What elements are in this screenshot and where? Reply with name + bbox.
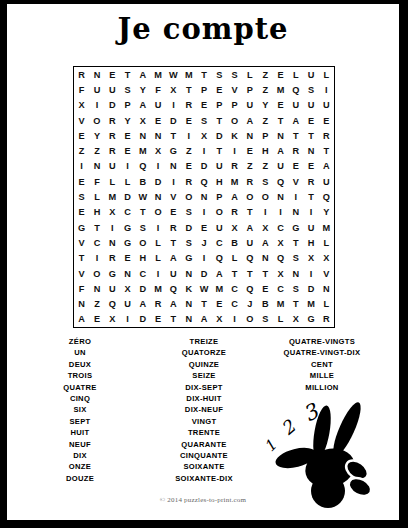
grid-cell-r10c4[interactable]: C	[120, 205, 135, 220]
grid-cell-r10c11[interactable]: R	[227, 205, 242, 220]
grid-cell-r4c6[interactable]: E	[150, 113, 165, 128]
grid-cell-r5c7[interactable]: T	[166, 128, 181, 143]
grid-cell-r9c3[interactable]: M	[105, 189, 120, 204]
grid-cell-r12c9[interactable]: J	[196, 235, 211, 250]
grid-cell-r12c14[interactable]: X	[273, 235, 288, 250]
grid-cell-r17c11[interactable]: I	[227, 312, 242, 327]
grid-cell-r15c8[interactable]: K	[181, 281, 196, 296]
grid-cell-r2c10[interactable]: E	[212, 82, 227, 97]
grid-cell-r4c13[interactable]: Z	[258, 113, 273, 128]
grid-cell-r4c8[interactable]: E	[181, 113, 196, 128]
grid-cell-r5c12[interactable]: N	[242, 128, 257, 143]
word-item[interactable]: UN	[18, 347, 142, 358]
word-item[interactable]: CINQUANTE	[142, 450, 266, 461]
grid-cell-r4c7[interactable]: D	[166, 113, 181, 128]
grid-cell-r11c13[interactable]: X	[258, 220, 273, 235]
grid-cell-r13c17[interactable]: X	[319, 251, 334, 266]
grid-cell-r14c15[interactable]: N	[288, 266, 303, 281]
grid-cell-r6c17[interactable]: T	[319, 143, 334, 158]
grid-cell-r7c5[interactable]: Q	[135, 159, 150, 174]
word-item[interactable]: QUATRE	[18, 382, 142, 393]
word-item[interactable]: HUIT	[18, 427, 142, 438]
grid-cell-r2c9[interactable]: P	[196, 82, 211, 97]
grid-cell-r16c15[interactable]: T	[288, 296, 303, 311]
grid-cell-r16c11[interactable]: C	[227, 296, 242, 311]
grid-cell-r1c16[interactable]: U	[303, 67, 318, 82]
grid-cell-r9c2[interactable]: L	[89, 189, 104, 204]
grid-cell-r17c2[interactable]: E	[89, 312, 104, 327]
grid-cell-r11c17[interactable]: M	[319, 220, 334, 235]
grid-cell-r2c16[interactable]: S	[303, 82, 318, 97]
grid-cell-r8c12[interactable]: R	[242, 174, 257, 189]
grid-cell-r5c2[interactable]: Y	[89, 128, 104, 143]
grid-cell-r15c6[interactable]: M	[150, 281, 165, 296]
grid-cell-r10c1[interactable]: E	[74, 205, 89, 220]
grid-cell-r13c10[interactable]: Q	[212, 251, 227, 266]
grid-cell-r10c14[interactable]: I	[273, 205, 288, 220]
word-item[interactable]: QUARANTE	[142, 439, 266, 450]
grid-cell-r8c6[interactable]: D	[150, 174, 165, 189]
grid-cell-r11c2[interactable]: T	[89, 220, 104, 235]
grid-cell-r7c9[interactable]: D	[196, 159, 211, 174]
grid-cell-r1c6[interactable]: M	[150, 67, 165, 82]
grid-cell-r10c6[interactable]: O	[150, 205, 165, 220]
grid-cell-r5c14[interactable]: N	[273, 128, 288, 143]
grid-cell-r1c14[interactable]: E	[273, 67, 288, 82]
grid-cell-r15c4[interactable]: X	[120, 281, 135, 296]
grid-cell-r5c10[interactable]: D	[212, 128, 227, 143]
grid-cell-r6c10[interactable]: T	[212, 143, 227, 158]
grid-cell-r7c6[interactable]: I	[150, 159, 165, 174]
word-item[interactable]: DEUX	[18, 359, 142, 370]
grid-cell-r14c3[interactable]: G	[105, 266, 120, 281]
grid-cell-r15c10[interactable]: M	[212, 281, 227, 296]
grid-cell-r4c12[interactable]: A	[242, 113, 257, 128]
grid-cell-r8c8[interactable]: R	[181, 174, 196, 189]
grid-cell-r3c11[interactable]: P	[227, 98, 242, 113]
grid-cell-r5c1[interactable]: E	[74, 128, 89, 143]
grid-cell-r9c12[interactable]: O	[242, 189, 257, 204]
grid-cell-r14c5[interactable]: C	[135, 266, 150, 281]
grid-cell-r4c9[interactable]: S	[196, 113, 211, 128]
grid-cell-r1c12[interactable]: L	[242, 67, 257, 82]
grid-cell-r12c2[interactable]: C	[89, 235, 104, 250]
grid-cell-r16c14[interactable]: M	[273, 296, 288, 311]
grid-cell-r9c5[interactable]: W	[135, 189, 150, 204]
grid-cell-r7c7[interactable]: N	[166, 159, 181, 174]
grid-cell-r6c3[interactable]: R	[105, 143, 120, 158]
grid-cell-r12c13[interactable]: A	[258, 235, 273, 250]
grid-cell-r10c7[interactable]: E	[166, 205, 181, 220]
word-item[interactable]: DOUZE	[18, 473, 142, 484]
word-item[interactable]: CENT	[257, 359, 387, 370]
grid-cell-r2c14[interactable]: M	[273, 82, 288, 97]
grid-cell-r10c15[interactable]: N	[288, 205, 303, 220]
grid-cell-r1c1[interactable]: R	[74, 67, 89, 82]
grid-cell-r14c17[interactable]: V	[319, 266, 334, 281]
grid-cell-r7c17[interactable]: A	[319, 159, 334, 174]
grid-cell-r15c7[interactable]: Q	[166, 281, 181, 296]
grid-cell-r8c1[interactable]: E	[74, 174, 89, 189]
grid-cell-r5c8[interactable]: I	[181, 128, 196, 143]
grid-cell-r1c3[interactable]: E	[105, 67, 120, 82]
grid-cell-r15c9[interactable]: W	[196, 281, 211, 296]
grid-cell-r7c8[interactable]: E	[181, 159, 196, 174]
grid-cell-r12c10[interactable]: C	[212, 235, 227, 250]
grid-cell-r4c10[interactable]: T	[212, 113, 227, 128]
grid-cell-r8c3[interactable]: L	[105, 174, 120, 189]
grid-cell-r10c9[interactable]: I	[196, 205, 211, 220]
grid-cell-r13c11[interactable]: L	[227, 251, 242, 266]
grid-cell-r5c16[interactable]: T	[303, 128, 318, 143]
grid-cell-r12c17[interactable]: L	[319, 235, 334, 250]
grid-cell-r15c3[interactable]: U	[105, 281, 120, 296]
word-item[interactable]: DIX-HUIT	[142, 393, 266, 404]
grid-cell-r9c15[interactable]: I	[288, 189, 303, 204]
grid-cell-r10c16[interactable]: I	[303, 205, 318, 220]
grid-cell-r14c10[interactable]: A	[212, 266, 227, 281]
word-item[interactable]: NEUF	[18, 439, 142, 450]
grid-cell-r1c8[interactable]: M	[181, 67, 196, 82]
grid-cell-r6c12[interactable]: E	[242, 143, 257, 158]
word-item[interactable]: SOIXANTE-DIX	[142, 473, 266, 484]
grid-cell-r6c4[interactable]: E	[120, 143, 135, 158]
word-item[interactable]: QUINZE	[142, 359, 266, 370]
grid-cell-r14c1[interactable]: V	[74, 266, 89, 281]
grid-cell-r5c6[interactable]: N	[150, 128, 165, 143]
grid-cell-r14c8[interactable]: N	[181, 266, 196, 281]
grid-cell-r12c11[interactable]: B	[227, 235, 242, 250]
grid-cell-r16c16[interactable]: M	[303, 296, 318, 311]
grid-cell-r17c17[interactable]: R	[319, 312, 334, 327]
grid-cell-r13c3[interactable]: R	[105, 251, 120, 266]
grid-cell-r10c10[interactable]: O	[212, 205, 227, 220]
grid-cell-r15c16[interactable]: D	[303, 281, 318, 296]
grid-cell-r7c15[interactable]: E	[288, 159, 303, 174]
grid-cell-r15c1[interactable]: F	[74, 281, 89, 296]
grid-cell-r4c1[interactable]: V	[74, 113, 89, 128]
grid-cell-r14c7[interactable]: U	[166, 266, 181, 281]
word-item[interactable]: DIX-NEUF	[142, 404, 266, 415]
grid-cell-r1c9[interactable]: T	[196, 67, 211, 82]
grid-cell-r13c1[interactable]: T	[74, 251, 89, 266]
grid-cell-r10c2[interactable]: H	[89, 205, 104, 220]
grid-cell-r6c16[interactable]: N	[303, 143, 318, 158]
grid-cell-r3c13[interactable]: Y	[258, 98, 273, 113]
grid-cell-r17c16[interactable]: G	[303, 312, 318, 327]
grid-cell-r11c16[interactable]: U	[303, 220, 318, 235]
grid-cell-r6c11[interactable]: I	[227, 143, 242, 158]
grid-cell-r12c4[interactable]: G	[120, 235, 135, 250]
grid-cell-r3c3[interactable]: D	[105, 98, 120, 113]
grid-cell-r16c2[interactable]: Z	[89, 296, 104, 311]
word-item[interactable]: SOIXANTE	[142, 461, 266, 472]
grid-cell-r8c15[interactable]: V	[288, 174, 303, 189]
grid-cell-r2c11[interactable]: V	[227, 82, 242, 97]
grid-cell-r13c12[interactable]: Q	[242, 251, 257, 266]
grid-cell-r15c11[interactable]: C	[227, 281, 242, 296]
grid-cell-r8c14[interactable]: Q	[273, 174, 288, 189]
grid-cell-r4c17[interactable]: E	[319, 113, 334, 128]
grid-cell-r9c8[interactable]: O	[181, 189, 196, 204]
grid-cell-r2c6[interactable]: F	[150, 82, 165, 97]
grid-cell-r2c3[interactable]: U	[105, 82, 120, 97]
grid-cell-r17c4[interactable]: I	[120, 312, 135, 327]
grid-cell-r14c9[interactable]: D	[196, 266, 211, 281]
grid-cell-r9c10[interactable]: P	[212, 189, 227, 204]
grid-cell-r4c5[interactable]: X	[135, 113, 150, 128]
grid-cell-r12c6[interactable]: L	[150, 235, 165, 250]
grid-cell-r11c7[interactable]: R	[166, 220, 181, 235]
grid-cell-r10c3[interactable]: X	[105, 205, 120, 220]
word-item[interactable]: MILLE	[257, 370, 387, 381]
grid-cell-r14c4[interactable]: N	[120, 266, 135, 281]
grid-cell-r5c3[interactable]: R	[105, 128, 120, 143]
word-item[interactable]: ONZE	[18, 461, 142, 472]
grid-cell-r2c12[interactable]: P	[242, 82, 257, 97]
grid-cell-r3c1[interactable]: X	[74, 98, 89, 113]
word-item[interactable]: MILLION	[257, 382, 387, 393]
grid-cell-r9c9[interactable]: N	[196, 189, 211, 204]
grid-cell-r17c13[interactable]: S	[258, 312, 273, 327]
grid-cell-r11c3[interactable]: I	[105, 220, 120, 235]
grid-cell-r16c3[interactable]: Q	[105, 296, 120, 311]
grid-cell-r1c10[interactable]: S	[212, 67, 227, 82]
grid-cell-r17c10[interactable]: X	[212, 312, 227, 327]
grid-cell-r12c3[interactable]: N	[105, 235, 120, 250]
grid-cell-r17c5[interactable]: D	[135, 312, 150, 327]
grid-cell-r3c2[interactable]: I	[89, 98, 104, 113]
grid-cell-r3c6[interactable]: U	[150, 98, 165, 113]
grid-cell-r5c17[interactable]: R	[319, 128, 334, 143]
grid-cell-r8c17[interactable]: U	[319, 174, 334, 189]
grid-cell-r9c16[interactable]: T	[303, 189, 318, 204]
grid-cell-r9c6[interactable]: N	[150, 189, 165, 204]
grid-cell-r1c5[interactable]: A	[135, 67, 150, 82]
grid-cell-r10c17[interactable]: Y	[319, 205, 334, 220]
grid-cell-r1c2[interactable]: N	[89, 67, 104, 82]
grid-cell-r3c8[interactable]: R	[181, 98, 196, 113]
grid-cell-r13c5[interactable]: H	[135, 251, 150, 266]
word-item[interactable]: QUATRE-VINGTS	[257, 336, 387, 347]
grid-cell-r1c13[interactable]: Z	[258, 67, 273, 82]
grid-cell-r17c7[interactable]: T	[166, 312, 181, 327]
word-item[interactable]: DIX-SEPT	[142, 382, 266, 393]
grid-cell-r6c13[interactable]: H	[258, 143, 273, 158]
grid-cell-r15c2[interactable]: N	[89, 281, 104, 296]
grid-cell-r14c6[interactable]: I	[150, 266, 165, 281]
grid-cell-r3c12[interactable]: U	[242, 98, 257, 113]
grid-cell-r11c6[interactable]: I	[150, 220, 165, 235]
grid-cell-r13c7[interactable]: A	[166, 251, 181, 266]
grid-cell-r7c12[interactable]: Z	[242, 159, 257, 174]
grid-cell-r12c7[interactable]: T	[166, 235, 181, 250]
grid-cell-r8c16[interactable]: R	[303, 174, 318, 189]
grid-cell-r8c5[interactable]: B	[135, 174, 150, 189]
grid-cell-r14c11[interactable]: T	[227, 266, 242, 281]
grid-cell-r9c17[interactable]: Q	[319, 189, 334, 204]
grid-cell-r3c10[interactable]: P	[212, 98, 227, 113]
grid-cell-r4c3[interactable]: R	[105, 113, 120, 128]
grid-cell-r5c5[interactable]: N	[135, 128, 150, 143]
grid-cell-r13c15[interactable]: S	[288, 251, 303, 266]
grid-cell-r7c1[interactable]: I	[74, 159, 89, 174]
grid-cell-r1c15[interactable]: L	[288, 67, 303, 82]
grid-cell-r2c8[interactable]: T	[181, 82, 196, 97]
grid-cell-r11c5[interactable]: S	[135, 220, 150, 235]
grid-cell-r1c7[interactable]: W	[166, 67, 181, 82]
grid-cell-r11c15[interactable]: G	[288, 220, 303, 235]
grid-cell-r13c13[interactable]: N	[258, 251, 273, 266]
grid-cell-r12c16[interactable]: H	[303, 235, 318, 250]
grid-cell-r7c14[interactable]: U	[273, 159, 288, 174]
grid-cell-r16c9[interactable]: T	[196, 296, 211, 311]
grid-cell-r2c7[interactable]: X	[166, 82, 181, 97]
grid-cell-r11c4[interactable]: G	[120, 220, 135, 235]
grid-cell-r3c14[interactable]: E	[273, 98, 288, 113]
grid-cell-r6c9[interactable]: I	[196, 143, 211, 158]
grid-cell-r16c10[interactable]: E	[212, 296, 227, 311]
grid-cell-r11c10[interactable]: U	[212, 220, 227, 235]
grid-cell-r10c13[interactable]: I	[258, 205, 273, 220]
grid-cell-r9c14[interactable]: N	[273, 189, 288, 204]
grid-cell-r1c4[interactable]: T	[120, 67, 135, 82]
grid-cell-r17c15[interactable]: X	[288, 312, 303, 327]
grid-cell-r7c10[interactable]: U	[212, 159, 227, 174]
grid-cell-r4c2[interactable]: O	[89, 113, 104, 128]
grid-cell-r7c13[interactable]: Z	[258, 159, 273, 174]
grid-cell-r6c8[interactable]: Z	[181, 143, 196, 158]
grid-cell-r10c12[interactable]: T	[242, 205, 257, 220]
word-item[interactable]: SEIZE	[142, 370, 266, 381]
grid-cell-r17c6[interactable]: E	[150, 312, 165, 327]
grid-cell-r2c4[interactable]: S	[120, 82, 135, 97]
grid-cell-r5c9[interactable]: X	[196, 128, 211, 143]
grid-cell-r1c17[interactable]: L	[319, 67, 334, 82]
grid-cell-r2c15[interactable]: Q	[288, 82, 303, 97]
grid-cell-r7c4[interactable]: I	[120, 159, 135, 174]
grid-cell-r1c11[interactable]: S	[227, 67, 242, 82]
grid-cell-r6c2[interactable]: Z	[89, 143, 104, 158]
grid-cell-r13c9[interactable]: I	[196, 251, 211, 266]
grid-cell-r17c9[interactable]: A	[196, 312, 211, 327]
grid-cell-r9c1[interactable]: S	[74, 189, 89, 204]
grid-cell-r6c7[interactable]: G	[166, 143, 181, 158]
grid-cell-r3c16[interactable]: U	[303, 98, 318, 113]
word-item[interactable]: ZÉRO	[18, 336, 142, 347]
grid-cell-r14c13[interactable]: T	[258, 266, 273, 281]
grid-cell-r13c16[interactable]: X	[303, 251, 318, 266]
grid-cell-r17c14[interactable]: L	[273, 312, 288, 327]
grid-cell-r11c1[interactable]: G	[74, 220, 89, 235]
grid-cell-r9c13[interactable]: O	[258, 189, 273, 204]
grid-cell-r16c12[interactable]: J	[242, 296, 257, 311]
grid-cell-r3c17[interactable]: U	[319, 98, 334, 113]
grid-cell-r15c12[interactable]: Q	[242, 281, 257, 296]
grid-cell-r11c8[interactable]: D	[181, 220, 196, 235]
word-item[interactable]: TRENTE	[142, 427, 266, 438]
grid-cell-r8c7[interactable]: I	[166, 174, 181, 189]
grid-cell-r14c2[interactable]: O	[89, 266, 104, 281]
grid-cell-r16c4[interactable]: U	[120, 296, 135, 311]
grid-cell-r8c10[interactable]: H	[212, 174, 227, 189]
grid-cell-r8c13[interactable]: S	[258, 174, 273, 189]
grid-cell-r9c7[interactable]: V	[166, 189, 181, 204]
grid-cell-r6c1[interactable]: Z	[74, 143, 89, 158]
word-item[interactable]: TROIS	[18, 370, 142, 381]
grid-cell-r8c11[interactable]: M	[227, 174, 242, 189]
grid-cell-r4c4[interactable]: Y	[120, 113, 135, 128]
grid-cell-r13c8[interactable]: G	[181, 251, 196, 266]
grid-cell-r2c5[interactable]: Y	[135, 82, 150, 97]
word-item[interactable]: CINQ	[18, 393, 142, 404]
grid-cell-r10c8[interactable]: S	[181, 205, 196, 220]
grid-cell-r14c16[interactable]: I	[303, 266, 318, 281]
grid-cell-r15c5[interactable]: D	[135, 281, 150, 296]
grid-cell-r3c4[interactable]: P	[120, 98, 135, 113]
grid-cell-r14c14[interactable]: X	[273, 266, 288, 281]
word-item[interactable]: SEPT	[18, 416, 142, 427]
grid-cell-r7c3[interactable]: U	[105, 159, 120, 174]
grid-cell-r14c12[interactable]: T	[242, 266, 257, 281]
grid-cell-r8c2[interactable]: F	[89, 174, 104, 189]
grid-cell-r3c9[interactable]: E	[196, 98, 211, 113]
grid-cell-r13c6[interactable]: L	[150, 251, 165, 266]
grid-cell-r11c11[interactable]: X	[227, 220, 242, 235]
grid-cell-r2c17[interactable]: I	[319, 82, 334, 97]
grid-cell-r13c14[interactable]: Q	[273, 251, 288, 266]
grid-cell-r13c4[interactable]: E	[120, 251, 135, 266]
grid-cell-r5c11[interactable]: K	[227, 128, 242, 143]
grid-cell-r12c8[interactable]: S	[181, 235, 196, 250]
word-item[interactable]: QUATRE-VINGT-DIX	[257, 347, 387, 358]
grid-cell-r6c6[interactable]: X	[150, 143, 165, 158]
grid-cell-r16c7[interactable]: A	[166, 296, 181, 311]
word-item[interactable]: DIX	[18, 450, 142, 461]
grid-cell-r15c15[interactable]: S	[288, 281, 303, 296]
grid-cell-r16c1[interactable]: N	[74, 296, 89, 311]
word-item[interactable]: QUATORZE	[142, 347, 266, 358]
grid-cell-r2c1[interactable]: F	[74, 82, 89, 97]
grid-cell-r7c11[interactable]: R	[227, 159, 242, 174]
grid-cell-r5c4[interactable]: E	[120, 128, 135, 143]
grid-cell-r3c7[interactable]: I	[166, 98, 181, 113]
grid-cell-r11c9[interactable]: E	[196, 220, 211, 235]
grid-cell-r17c3[interactable]: X	[105, 312, 120, 327]
grid-cell-r5c15[interactable]: T	[288, 128, 303, 143]
grid-cell-r4c15[interactable]: A	[288, 113, 303, 128]
grid-cell-r9c4[interactable]: D	[120, 189, 135, 204]
grid-cell-r4c16[interactable]: E	[303, 113, 318, 128]
grid-cell-r11c12[interactable]: A	[242, 220, 257, 235]
grid-cell-r15c13[interactable]: E	[258, 281, 273, 296]
grid-cell-r6c14[interactable]: A	[273, 143, 288, 158]
grid-cell-r5c13[interactable]: P	[258, 128, 273, 143]
grid-cell-r12c1[interactable]: V	[74, 235, 89, 250]
grid-cell-r13c2[interactable]: I	[89, 251, 104, 266]
grid-cell-r16c17[interactable]: L	[319, 296, 334, 311]
grid-cell-r2c2[interactable]: U	[89, 82, 104, 97]
grid-cell-r12c15[interactable]: T	[288, 235, 303, 250]
grid-cell-r12c12[interactable]: U	[242, 235, 257, 250]
grid-cell-r12c5[interactable]: O	[135, 235, 150, 250]
grid-cell-r8c9[interactable]: Q	[196, 174, 211, 189]
grid-cell-r2c13[interactable]: Z	[258, 82, 273, 97]
grid-cell-r6c5[interactable]: M	[135, 143, 150, 158]
grid-cell-r9c11[interactable]: A	[227, 189, 242, 204]
grid-cell-r16c6[interactable]: R	[150, 296, 165, 311]
grid-cell-r16c8[interactable]: N	[181, 296, 196, 311]
